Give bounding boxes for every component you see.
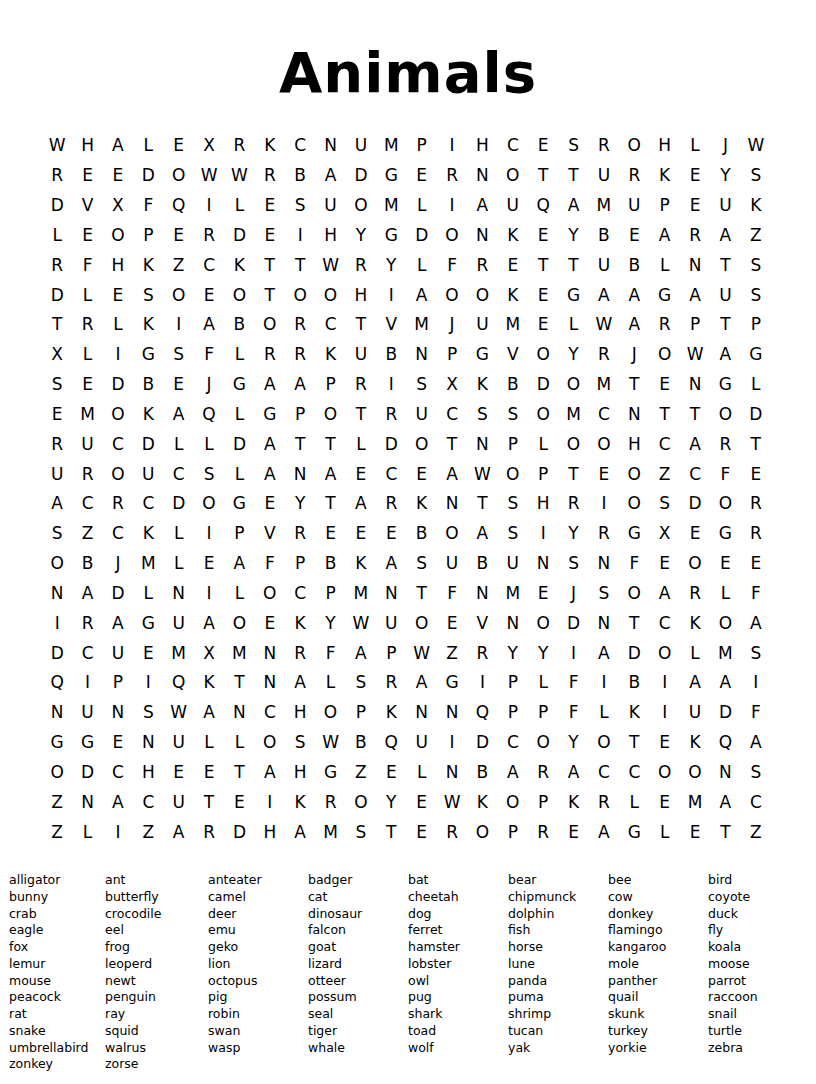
grid-cell-r15c17: N (528, 549, 558, 579)
grid-cell-r18c20: D (619, 638, 649, 668)
word-emu: emu (208, 922, 308, 939)
grid-cell-r4c7: D (224, 221, 254, 251)
grid-cell-r16c18: J (558, 579, 588, 609)
grid-cell-r17c7: O (224, 608, 254, 638)
grid-cell-r15c8: F (255, 549, 285, 579)
word-cheetah: cheetah (408, 889, 508, 906)
grid-cell-r11c15: N (467, 429, 497, 459)
grid-cell-r13c21: S (650, 489, 680, 519)
grid-cell-r6c19: A (589, 280, 619, 310)
grid-cell-r12c17: P (528, 459, 558, 489)
grid-cell-r5c7: K (224, 250, 254, 280)
word-whale: whale (308, 1040, 408, 1057)
grid-cell-r23c14: W (437, 787, 467, 817)
grid-cell-r23c4: C (133, 787, 163, 817)
grid-cell-r9c16: B (498, 370, 528, 400)
word-penguin: penguin (105, 989, 208, 1006)
grid-cell-r19c21: I (650, 668, 680, 698)
word-lion: lion (208, 956, 308, 973)
grid-cell-r23c17: P (528, 787, 558, 817)
word-fish: fish (508, 922, 608, 939)
grid-cell-r4c21: A (650, 221, 680, 251)
grid-cell-r22c24: S (741, 758, 771, 788)
word-lemur: lemur (9, 956, 105, 973)
grid-cell-r20c20: K (619, 698, 649, 728)
grid-cell-r17c12: U (376, 608, 406, 638)
grid-cell-r9c3: D (103, 370, 133, 400)
grid-cell-r15c23: E (710, 549, 740, 579)
word-butterfly: butterfly (105, 889, 208, 906)
grid-cell-r7c14: J (437, 310, 467, 340)
grid-cell-r19c1: Q (42, 668, 72, 698)
grid-cell-r24c16: P (498, 817, 528, 847)
grid-cell-r15c21: E (650, 549, 680, 579)
grid-cell-r4c2: E (72, 221, 102, 251)
grid-cell-r19c10: L (315, 668, 345, 698)
grid-cell-r23c1: Z (42, 787, 72, 817)
grid-cell-r2c22: E (680, 161, 710, 191)
grid-cell-r6c12: I (376, 280, 406, 310)
grid-cell-r5c14: F (437, 250, 467, 280)
grid-cell-r5c8: T (255, 250, 285, 280)
grid-cell-r24c21: L (650, 817, 680, 847)
grid-cell-r18c2: C (72, 638, 102, 668)
grid-cell-r4c13: D (407, 221, 437, 251)
grid-cell-r13c11: A (346, 489, 376, 519)
grid-cell-r6c14: O (437, 280, 467, 310)
word-turkey: turkey (608, 1023, 708, 1040)
grid-cell-r5c10: W (315, 250, 345, 280)
grid-cell-r19c11: S (346, 668, 376, 698)
grid-cell-r7c21: R (650, 310, 680, 340)
grid-cell-r7c3: L (103, 310, 133, 340)
grid-cell-r20c11: P (346, 698, 376, 728)
grid-cell-r16c2: A (72, 579, 102, 609)
grid-cell-r20c22: U (680, 698, 710, 728)
grid-cell-r2c10: A (315, 161, 345, 191)
grid-cell-r22c17: R (528, 758, 558, 788)
grid-cell-r23c5: U (164, 787, 194, 817)
grid-cell-r4c19: B (589, 221, 619, 251)
grid-cell-r8c8: R (255, 340, 285, 370)
word-crab: crab (9, 906, 105, 923)
grid-cell-r17c4: G (133, 608, 163, 638)
grid-cell-r10c15: S (467, 400, 497, 430)
grid-cell-r2c1: R (42, 161, 72, 191)
grid-cell-r19c8: N (255, 668, 285, 698)
grid-cell-r20c3: N (103, 698, 133, 728)
grid-cell-r16c12: N (376, 579, 406, 609)
word-cat: cat (308, 889, 408, 906)
grid-cell-r16c6: I (194, 579, 224, 609)
grid-cell-r20c10: O (315, 698, 345, 728)
word-wasp: wasp (208, 1040, 308, 1057)
grid-cell-r8c13: N (407, 340, 437, 370)
grid-cell-r17c15: V (467, 608, 497, 638)
grid-cell-r11c21: C (650, 429, 680, 459)
grid-cell-r10c9: P (285, 400, 315, 430)
grid-cell-r17c13: O (407, 608, 437, 638)
grid-cell-r10c24: D (741, 400, 771, 430)
grid-cell-r18c12: P (376, 638, 406, 668)
word-falcon: falcon (308, 922, 408, 939)
grid-cell-r8c16: V (498, 340, 528, 370)
grid-cell-r3c12: M (376, 191, 406, 221)
grid-cell-r24c22: E (680, 817, 710, 847)
grid-cell-r20c14: N (437, 698, 467, 728)
grid-cell-r14c4: K (133, 519, 163, 549)
grid-cell-r21c19: O (589, 728, 619, 758)
grid-cell-r16c19: S (589, 579, 619, 609)
grid-cell-r23c12: Y (376, 787, 406, 817)
grid-cell-r10c1: E (42, 400, 72, 430)
grid-cell-r12c10: A (315, 459, 345, 489)
word-eagle: eagle (9, 922, 105, 939)
word-horse: horse (508, 939, 608, 956)
grid-cell-r8c14: P (437, 340, 467, 370)
grid-cell-r2c24: S (741, 161, 771, 191)
grid-cell-r7c16: M (498, 310, 528, 340)
grid-cell-r15c19: N (589, 549, 619, 579)
grid-cell-r19c5: Q (164, 668, 194, 698)
grid-cell-r3c10: U (315, 191, 345, 221)
grid-cell-r13c23: O (710, 489, 740, 519)
grid-cell-r24c10: M (315, 817, 345, 847)
grid-cell-r21c14: I (437, 728, 467, 758)
grid-cell-r8c19: R (589, 340, 619, 370)
grid-cell-r7c4: K (133, 310, 163, 340)
grid-cell-r15c10: B (315, 549, 345, 579)
grid-cell-r12c24: E (741, 459, 771, 489)
grid-cell-r8c20: J (619, 340, 649, 370)
grid-cell-r14c14: O (437, 519, 467, 549)
grid-cell-r15c24: E (741, 549, 771, 579)
word-ray: ray (105, 1006, 208, 1023)
grid-cell-r6c21: G (650, 280, 680, 310)
grid-cell-r13c9: Y (285, 489, 315, 519)
grid-cell-r1c13: P (407, 131, 437, 161)
word-donkey: donkey (608, 906, 708, 923)
grid-cell-r7c2: R (72, 310, 102, 340)
grid-cell-r24c20: G (619, 817, 649, 847)
grid-cell-r18c5: M (164, 638, 194, 668)
grid-cell-r14c18: Y (558, 519, 588, 549)
grid-cell-r9c13: S (407, 370, 437, 400)
word-duck: duck (708, 906, 811, 923)
grid-cell-r5c21: L (650, 250, 680, 280)
grid-cell-r22c15: B (467, 758, 497, 788)
grid-cell-r17c16: N (498, 608, 528, 638)
grid-cell-r8c11: U (346, 340, 376, 370)
grid-cell-r22c18: A (558, 758, 588, 788)
word-tucan: tucan (508, 1023, 608, 1040)
grid-cell-r18c8: N (255, 638, 285, 668)
grid-cell-r4c6: R (194, 221, 224, 251)
grid-cell-r8c23: A (710, 340, 740, 370)
grid-cell-r7c6: A (194, 310, 224, 340)
word-panda: panda (508, 973, 608, 990)
grid-cell-r22c2: D (72, 758, 102, 788)
word-rat: rat (9, 1006, 105, 1023)
word-chipmunck: chipmunck (508, 889, 608, 906)
grid-cell-r9c20: T (619, 370, 649, 400)
grid-cell-r13c20: O (619, 489, 649, 519)
grid-cell-r1c23: J (710, 131, 740, 161)
grid-cell-r11c11: L (346, 429, 376, 459)
grid-cell-r4c12: G (376, 221, 406, 251)
grid-cell-r21c10: W (315, 728, 345, 758)
grid-cell-r8c21: O (650, 340, 680, 370)
grid-cell-r20c17: P (528, 698, 558, 728)
grid-cell-r17c3: A (103, 608, 133, 638)
word-fly: fly (708, 922, 811, 939)
grid-cell-r21c20: T (619, 728, 649, 758)
grid-cell-r13c18: R (558, 489, 588, 519)
grid-cell-r22c4: H (133, 758, 163, 788)
grid-cell-r9c21: E (650, 370, 680, 400)
grid-cell-r24c11: S (346, 817, 376, 847)
grid-cell-r9c5: E (164, 370, 194, 400)
word-umbrellabird: umbrellabird (9, 1040, 105, 1057)
grid-cell-r5c18: T (558, 250, 588, 280)
word-bear: bear (508, 872, 608, 889)
grid-cell-r20c8: C (255, 698, 285, 728)
grid-cell-r10c10: O (315, 400, 345, 430)
grid-cell-r8c17: O (528, 340, 558, 370)
grid-cell-r13c24: R (741, 489, 771, 519)
grid-cell-r20c13: N (407, 698, 437, 728)
grid-cell-r17c11: W (346, 608, 376, 638)
grid-cell-r18c15: R (467, 638, 497, 668)
grid-cell-r17c21: C (650, 608, 680, 638)
word-dolphin: dolphin (508, 906, 608, 923)
grid-cell-r14c19: R (589, 519, 619, 549)
grid-cell-r4c4: P (133, 221, 163, 251)
word-robin: robin (208, 1006, 308, 1023)
grid-cell-r18c13: W (407, 638, 437, 668)
grid-cell-r1c7: R (224, 131, 254, 161)
grid-cell-r22c7: T (224, 758, 254, 788)
grid-cell-r15c16: U (498, 549, 528, 579)
grid-cell-r10c19: C (589, 400, 619, 430)
grid-cell-r17c8: E (255, 608, 285, 638)
grid-cell-r8c24: G (741, 340, 771, 370)
grid-cell-r3c6: I (194, 191, 224, 221)
word-alligator: alligator (9, 872, 105, 889)
grid-cell-r18c10: F (315, 638, 345, 668)
grid-cell-r7c10: C (315, 310, 345, 340)
grid-cell-r15c14: U (437, 549, 467, 579)
grid-cell-r1c20: O (619, 131, 649, 161)
grid-cell-r6c20: A (619, 280, 649, 310)
grid-cell-r6c17: E (528, 280, 558, 310)
grid-cell-r11c13: O (407, 429, 437, 459)
grid-cell-r24c3: I (103, 817, 133, 847)
grid-cell-r14c13: B (407, 519, 437, 549)
grid-cell-r5c13: L (407, 250, 437, 280)
grid-cell-r23c3: A (103, 787, 133, 817)
grid-cell-r10c5: A (164, 400, 194, 430)
grid-cell-r16c23: L (710, 579, 740, 609)
grid-cell-r18c22: L (680, 638, 710, 668)
grid-cell-r5c1: R (42, 250, 72, 280)
grid-cell-r21c12: Q (376, 728, 406, 758)
grid-cell-r21c3: E (103, 728, 133, 758)
grid-cell-r4c10: H (315, 221, 345, 251)
grid-cell-r10c20: N (619, 400, 649, 430)
grid-cell-r23c6: T (194, 787, 224, 817)
grid-cell-r14c3: C (103, 519, 133, 549)
grid-cell-r5c9: T (285, 250, 315, 280)
grid-cell-r10c7: L (224, 400, 254, 430)
puzzle-title: Animals (0, 40, 816, 105)
word-fox: fox (9, 939, 105, 956)
grid-cell-r20c18: F (558, 698, 588, 728)
grid-cell-r23c15: K (467, 787, 497, 817)
grid-cell-r21c23: Q (710, 728, 740, 758)
grid-cell-r15c22: O (680, 549, 710, 579)
grid-cell-r2c20: R (619, 161, 649, 191)
word-camel: camel (208, 889, 308, 906)
grid-cell-r16c11: M (346, 579, 376, 609)
grid-cell-r9c14: X (437, 370, 467, 400)
grid-cell-r3c20: U (619, 191, 649, 221)
grid-cell-r16c3: D (103, 579, 133, 609)
word-toad: toad (408, 1023, 508, 1040)
grid-cell-r23c10: R (315, 787, 345, 817)
grid-cell-r17c20: T (619, 608, 649, 638)
grid-cell-r1c18: S (558, 131, 588, 161)
grid-cell-r18c17: Y (528, 638, 558, 668)
word-otteer: otteer (308, 973, 408, 990)
word-ferret: ferret (408, 922, 508, 939)
grid-cell-r11c4: D (133, 429, 163, 459)
grid-cell-r13c3: R (103, 489, 133, 519)
grid-cell-r14c1: S (42, 519, 72, 549)
grid-cell-r20c15: Q (467, 698, 497, 728)
grid-cell-r20c9: H (285, 698, 315, 728)
grid-cell-r9c8: A (255, 370, 285, 400)
grid-cell-r20c2: U (72, 698, 102, 728)
grid-cell-r17c1: I (42, 608, 72, 638)
word-possum: possum (308, 989, 408, 1006)
grid-cell-r11c17: L (528, 429, 558, 459)
grid-cell-r15c15: B (467, 549, 497, 579)
grid-cell-r11c23: R (710, 429, 740, 459)
word-coyote: coyote (708, 889, 811, 906)
grid-cell-r8c7: L (224, 340, 254, 370)
grid-cell-r22c23: N (710, 758, 740, 788)
grid-cell-r9c17: D (528, 370, 558, 400)
grid-cell-r13c1: A (42, 489, 72, 519)
word-seal: seal (308, 1006, 408, 1023)
grid-cell-r17c9: K (285, 608, 315, 638)
grid-cell-r4c15: N (467, 221, 497, 251)
grid-cell-r19c2: I (72, 668, 102, 698)
grid-cell-r4c23: A (710, 221, 740, 251)
grid-cell-r6c9: O (285, 280, 315, 310)
grid-cell-r18c4: E (133, 638, 163, 668)
grid-cell-r17c19: N (589, 608, 619, 638)
grid-cell-r6c22: A (680, 280, 710, 310)
grid-cell-r12c14: A (437, 459, 467, 489)
grid-cell-r15c6: E (194, 549, 224, 579)
word-lobster: lobster (408, 956, 508, 973)
grid-cell-r21c15: D (467, 728, 497, 758)
grid-cell-r2c9: B (285, 161, 315, 191)
grid-cell-r14c23: G (710, 519, 740, 549)
grid-cell-r6c1: D (42, 280, 72, 310)
grid-cell-r11c10: T (315, 429, 345, 459)
grid-cell-r14c7: P (224, 519, 254, 549)
grid-cell-r2c11: D (346, 161, 376, 191)
grid-cell-r1c24: W (741, 131, 771, 161)
word-peacock: peacock (9, 989, 105, 1006)
grid-cell-r12c19: E (589, 459, 619, 489)
grid-cell-r6c18: G (558, 280, 588, 310)
grid-cell-r7c20: A (619, 310, 649, 340)
word-mouse: mouse (9, 973, 105, 990)
grid-cell-r12c4: U (133, 459, 163, 489)
grid-cell-r12c7: L (224, 459, 254, 489)
grid-cell-r20c12: K (376, 698, 406, 728)
grid-cell-r11c7: D (224, 429, 254, 459)
grid-cell-r1c8: K (255, 131, 285, 161)
grid-cell-r23c22: M (680, 787, 710, 817)
grid-cell-r21c22: K (680, 728, 710, 758)
grid-cell-r9c12: I (376, 370, 406, 400)
grid-cell-r19c9: A (285, 668, 315, 698)
grid-cell-r10c17: O (528, 400, 558, 430)
grid-cell-r14c9: R (285, 519, 315, 549)
grid-cell-r15c7: A (224, 549, 254, 579)
grid-cell-r5c23: T (710, 250, 740, 280)
grid-cell-r8c2: L (72, 340, 102, 370)
word-badger: badger (308, 872, 408, 889)
grid-cell-r7c1: T (42, 310, 72, 340)
word-quail: quail (608, 989, 708, 1006)
grid-cell-r19c6: K (194, 668, 224, 698)
grid-cell-r21c17: O (528, 728, 558, 758)
grid-cell-r16c1: N (42, 579, 72, 609)
grid-cell-r1c16: C (498, 131, 528, 161)
grid-cell-r13c5: D (164, 489, 194, 519)
grid-cell-r24c18: E (558, 817, 588, 847)
grid-cell-r14c2: Z (72, 519, 102, 549)
word-panther: panther (608, 973, 708, 990)
grid-cell-r8c10: K (315, 340, 345, 370)
grid-cell-r23c13: E (407, 787, 437, 817)
grid-cell-r13c14: N (437, 489, 467, 519)
grid-cell-r19c19: I (589, 668, 619, 698)
grid-cell-r18c16: Y (498, 638, 528, 668)
grid-cell-r10c11: T (346, 400, 376, 430)
grid-cell-r4c14: O (437, 221, 467, 251)
word-wolf: wolf (408, 1040, 508, 1057)
grid-cell-r3c14: I (437, 191, 467, 221)
grid-cell-r2c12: G (376, 161, 406, 191)
grid-cell-r17c6: A (194, 608, 224, 638)
grid-cell-r21c11: B (346, 728, 376, 758)
grid-cell-r9c10: P (315, 370, 345, 400)
grid-cell-r16c4: L (133, 579, 163, 609)
grid-cell-r17c14: E (437, 608, 467, 638)
grid-cell-r2c18: T (558, 161, 588, 191)
grid-cell-r6c5: O (164, 280, 194, 310)
grid-cell-r16c13: T (407, 579, 437, 609)
word-ant: ant (105, 872, 208, 889)
grid-cell-r13c6: O (194, 489, 224, 519)
